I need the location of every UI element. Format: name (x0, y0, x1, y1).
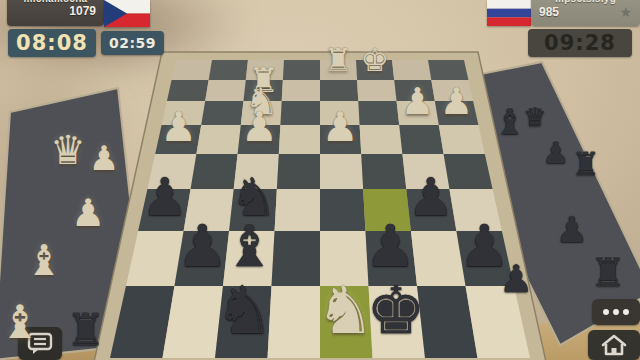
white-pawn-d4[interactable]: ♟ (322, 107, 359, 148)
captured-black-b[interactable]: ♝ (494, 104, 526, 140)
home-button[interactable] (588, 330, 640, 360)
black-bishop-f7[interactable]: ♝ (224, 217, 276, 275)
white-king-c1[interactable]: ♚ (360, 44, 389, 76)
black-pawn-c7[interactable]: ♟ (364, 217, 416, 275)
captured-black-r[interactable]: ♜ (590, 252, 626, 292)
game-screen: ♚♞♞♟♟♝♟♟♞♟♟♟♟♟♟♞♜♚♜♛♟♟♝♝♜♝♛♟♜♟♟♜ michalk… (0, 0, 640, 360)
captured-black-r[interactable]: ♜ (572, 148, 601, 180)
captured-white-b[interactable]: ♝ (25, 240, 63, 282)
clock-move-timer: 02:59 (101, 31, 164, 55)
player-card-left: michalkocna 1079 (7, 0, 104, 26)
clock-left-active: 08:08 (8, 29, 96, 57)
player-rating-left: 1079 (7, 4, 104, 18)
captured-black-r[interactable]: ♜ (66, 308, 105, 352)
black-pawn-a7[interactable]: ♟ (458, 217, 510, 275)
white-knight-d8[interactable]: ♞ (316, 278, 375, 344)
captured-black-p[interactable]: ♟ (556, 212, 588, 248)
captured-white-p[interactable]: ♟ (89, 141, 119, 175)
star-icon: ★ (619, 4, 632, 20)
flag-czech-icon (104, 0, 150, 27)
home-icon (588, 330, 640, 360)
black-knight-f8[interactable]: ♞ (215, 278, 274, 344)
white-pawn-a3[interactable]: ♟ (440, 83, 473, 120)
white-pawn-h4[interactable]: ♟ (160, 107, 197, 148)
captured-white-p[interactable]: ♟ (71, 194, 105, 232)
player-card-right: mpsctslslyg 985 ★ (531, 0, 640, 26)
more-options-button[interactable] (592, 299, 640, 325)
clock-right: 09:28 (528, 29, 632, 57)
player-rating-right: 985 (539, 5, 559, 19)
white-rook-d1[interactable]: ♜ (324, 44, 353, 76)
white-pawn-b3[interactable]: ♟ (401, 83, 434, 120)
white-pawn-f4[interactable]: ♟ (241, 107, 278, 148)
captured-white-q[interactable]: ♛ (50, 130, 86, 170)
black-king-c8[interactable]: ♚ (366, 278, 425, 344)
black-pawn-g7[interactable]: ♟ (177, 217, 229, 275)
flag-russia-icon (487, 0, 531, 26)
ellipsis-icon (592, 299, 640, 325)
captured-white-b[interactable]: ♝ (0, 299, 41, 345)
captured-black-q[interactable]: ♛ (523, 104, 546, 130)
captured-black-p[interactable]: ♟ (543, 138, 570, 168)
